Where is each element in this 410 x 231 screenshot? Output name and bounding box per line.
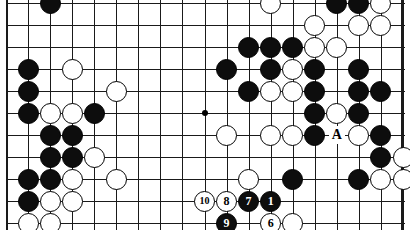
stone-white [348,125,369,146]
stone-black [18,169,39,190]
stone-white [282,59,303,80]
stone-white [260,81,281,102]
stone-black [304,103,325,124]
grid-hline [6,91,406,92]
grid-hline [6,25,406,26]
stone-black [18,59,39,80]
stone-white [238,169,259,190]
grid-vline [182,0,183,230]
stone-black [40,169,61,190]
grid-vline [293,0,294,230]
stone-black [260,37,281,58]
move-number-label: 8 [224,195,230,207]
go-board-diagram: 1087196 A [0,0,410,230]
stone-black [348,103,369,124]
stone-black [304,125,325,146]
stone-black [370,81,391,102]
move-number-label: 9 [224,217,230,229]
stone-white [216,125,237,146]
grid-vline [160,0,161,230]
stone-black [282,37,303,58]
stone-white [106,169,127,190]
stone-white [62,191,83,212]
stone-black [260,59,281,80]
stone-white [304,37,325,58]
stone-white [40,103,61,124]
grid-hline [6,223,406,224]
stone-white-move-10: 10 [194,191,215,212]
stone-black-move-9: 9 [216,213,237,231]
grid-vline [138,0,139,230]
stone-white [260,125,281,146]
move-number-label: 6 [268,217,274,229]
hoshi-star-point [202,110,208,116]
letter-marker-A: A [329,126,345,144]
stone-white [84,147,105,168]
stone-black [304,81,325,102]
stone-black [40,147,61,168]
stone-white [18,213,39,231]
stone-white [62,169,83,190]
stone-black [238,37,259,58]
stone-black [62,125,83,146]
grid-vline [401,0,404,230]
stone-white [393,169,410,190]
stone-black [18,103,39,124]
stone-white [326,103,347,124]
stone-white [106,81,127,102]
stone-white [393,147,410,168]
move-number-label: 1 [268,195,274,207]
stone-white [40,213,61,231]
stone-black [18,191,39,212]
stone-white [62,103,83,124]
stone-white [282,81,303,102]
stone-white [348,15,369,36]
stone-white [282,125,303,146]
stone-black [40,125,61,146]
move-number-label: 7 [246,195,252,207]
stone-black [304,59,325,80]
stone-white [370,15,391,36]
stone-black [370,147,391,168]
stone-black-move-1: 1 [260,191,281,212]
stone-black [18,81,39,102]
stone-black [348,81,369,102]
stone-black [84,103,105,124]
stone-black [216,59,237,80]
stone-white [62,59,83,80]
stone-white [370,169,391,190]
stone-white [326,37,347,58]
stone-black [348,59,369,80]
stone-black [282,169,303,190]
stone-white-move-8: 8 [216,191,237,212]
stone-black [62,147,83,168]
stone-black [238,81,259,102]
stone-white [40,191,61,212]
stone-white [304,15,325,36]
move-number-label: 10 [200,196,210,206]
stone-black [370,125,391,146]
grid-vline [6,0,8,230]
grid-vline [116,0,117,230]
stone-black [348,169,369,190]
stone-black-move-7: 7 [238,191,259,212]
